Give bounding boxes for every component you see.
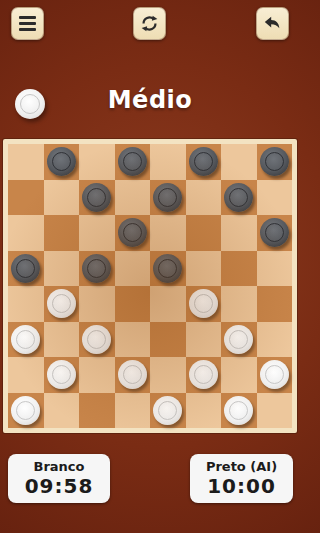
undo-button[interactable] (256, 7, 289, 40)
white-checker[interactable] (118, 360, 147, 389)
white-checker[interactable] (11, 396, 40, 425)
square-f1 (186, 393, 222, 429)
black-clock-panel: Preto (AI) 10:00 (190, 454, 293, 503)
square-d5 (115, 251, 151, 287)
square-f4[interactable] (186, 286, 222, 322)
square-h1 (257, 393, 293, 429)
black-checker[interactable] (47, 147, 76, 176)
white-checker[interactable] (189, 360, 218, 389)
black-checker[interactable] (189, 147, 218, 176)
square-c2 (79, 357, 115, 393)
square-e7[interactable] (150, 180, 186, 216)
square-h7 (257, 180, 293, 216)
square-c7[interactable] (79, 180, 115, 216)
square-c3[interactable] (79, 322, 115, 358)
square-c8 (79, 144, 115, 180)
black-checker[interactable] (153, 183, 182, 212)
hamburger-icon (19, 16, 36, 31)
board-frame (3, 139, 297, 433)
square-c1[interactable] (79, 393, 115, 429)
square-d7 (115, 180, 151, 216)
undo-arrow-icon (262, 13, 283, 34)
difficulty-title: Médio (0, 86, 300, 114)
black-clock-label: Preto (AI) (190, 459, 293, 475)
square-e6 (150, 215, 186, 251)
white-checker[interactable] (82, 325, 111, 354)
black-checker[interactable] (118, 147, 147, 176)
square-a1[interactable] (8, 393, 44, 429)
refresh-icon (139, 13, 160, 34)
white-checker[interactable] (153, 396, 182, 425)
square-a8 (8, 144, 44, 180)
square-d6[interactable] (115, 215, 151, 251)
white-checker[interactable] (260, 360, 289, 389)
white-clock-panel: Branco 09:58 (8, 454, 110, 503)
square-f6[interactable] (186, 215, 222, 251)
square-a3[interactable] (8, 322, 44, 358)
checkers-board[interactable] (8, 144, 292, 428)
square-h3 (257, 322, 293, 358)
square-b3 (44, 322, 80, 358)
black-checker[interactable] (260, 147, 289, 176)
square-e3[interactable] (150, 322, 186, 358)
square-c6 (79, 215, 115, 251)
square-c5[interactable] (79, 251, 115, 287)
square-e4 (150, 286, 186, 322)
restart-button[interactable] (133, 7, 166, 40)
square-h6[interactable] (257, 215, 293, 251)
square-f5 (186, 251, 222, 287)
menu-button[interactable] (11, 7, 44, 40)
square-d2[interactable] (115, 357, 151, 393)
black-checker[interactable] (224, 183, 253, 212)
square-h8[interactable] (257, 144, 293, 180)
white-checker[interactable] (224, 325, 253, 354)
square-f8[interactable] (186, 144, 222, 180)
square-g4 (221, 286, 257, 322)
square-e8 (150, 144, 186, 180)
square-c4 (79, 286, 115, 322)
square-a4 (8, 286, 44, 322)
square-h2[interactable] (257, 357, 293, 393)
white-checker[interactable] (47, 360, 76, 389)
square-a5[interactable] (8, 251, 44, 287)
square-e5[interactable] (150, 251, 186, 287)
white-checker[interactable] (224, 396, 253, 425)
square-e2 (150, 357, 186, 393)
square-b2[interactable] (44, 357, 80, 393)
white-checker[interactable] (47, 289, 76, 318)
square-f2[interactable] (186, 357, 222, 393)
square-g2 (221, 357, 257, 393)
square-b1 (44, 393, 80, 429)
square-d1 (115, 393, 151, 429)
square-a2 (8, 357, 44, 393)
square-a6 (8, 215, 44, 251)
white-checker[interactable] (11, 325, 40, 354)
square-b7 (44, 180, 80, 216)
square-g7[interactable] (221, 180, 257, 216)
square-b8[interactable] (44, 144, 80, 180)
black-checker[interactable] (153, 254, 182, 283)
square-g1[interactable] (221, 393, 257, 429)
square-f3 (186, 322, 222, 358)
square-a7[interactable] (8, 180, 44, 216)
black-checker[interactable] (118, 218, 147, 247)
square-f7 (186, 180, 222, 216)
black-checker[interactable] (82, 183, 111, 212)
square-h5 (257, 251, 293, 287)
white-clock-time: 09:58 (8, 475, 110, 498)
square-e1[interactable] (150, 393, 186, 429)
square-g6 (221, 215, 257, 251)
black-clock-time: 10:00 (190, 475, 293, 498)
square-g8 (221, 144, 257, 180)
black-checker[interactable] (11, 254, 40, 283)
white-checker[interactable] (189, 289, 218, 318)
white-clock-label: Branco (8, 459, 110, 475)
square-g3[interactable] (221, 322, 257, 358)
square-g5[interactable] (221, 251, 257, 287)
square-d8[interactable] (115, 144, 151, 180)
square-d4[interactable] (115, 286, 151, 322)
square-b5 (44, 251, 80, 287)
square-b4[interactable] (44, 286, 80, 322)
black-checker[interactable] (260, 218, 289, 247)
square-b6[interactable] (44, 215, 80, 251)
square-d3 (115, 322, 151, 358)
black-checker[interactable] (82, 254, 111, 283)
square-h4[interactable] (257, 286, 293, 322)
